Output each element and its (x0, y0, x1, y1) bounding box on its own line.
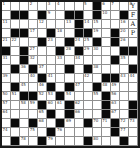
clue-number: 36 (21, 65, 26, 69)
cell-r13c3[interactable] (20, 110, 29, 119)
cell-r1c14[interactable] (120, 2, 129, 11)
cell-r15c2[interactable] (11, 128, 20, 137)
cell-r8c1[interactable] (2, 65, 11, 74)
cell-r6c4[interactable]: 27 (29, 47, 38, 56)
black-cell-r5c5 (38, 38, 47, 47)
cell-r11c15[interactable] (129, 92, 138, 101)
cell-r13c7[interactable] (56, 110, 65, 119)
cell-r10c4[interactable] (29, 83, 38, 92)
cell-r13c11[interactable] (93, 110, 102, 119)
cell-r16c1[interactable] (2, 137, 11, 146)
clue-number: 63 (111, 101, 116, 105)
cell-r2c4[interactable] (29, 11, 38, 20)
cell-r2c6[interactable]: 9 (47, 11, 56, 20)
black-cell-r2c2 (11, 11, 20, 20)
clue-number: 33 (57, 56, 62, 60)
cell-r5c7[interactable] (56, 38, 65, 47)
clue-number: 21 (3, 38, 8, 42)
black-cell-r1c11 (93, 2, 102, 11)
cell-r1c9[interactable] (75, 2, 84, 11)
black-cell-r6c15 (129, 47, 138, 56)
cell-r4c4[interactable]: 17 (29, 29, 38, 38)
cell-r2c1[interactable] (2, 11, 11, 20)
clue-number: 27 (30, 47, 35, 51)
cell-r15c15[interactable] (129, 128, 138, 137)
cell-r2c12[interactable]: 10 (102, 11, 111, 20)
cell-r6c12[interactable] (102, 47, 111, 56)
black-cell-r13c8 (65, 110, 74, 119)
cell-r1c7[interactable]: 4 (56, 2, 65, 11)
clue-number: 71 (102, 119, 107, 123)
clue-number: 29 (84, 47, 89, 51)
clue-number: 64 (3, 110, 8, 114)
cell-r8c6[interactable] (47, 65, 56, 74)
cell-r1c6[interactable]: 3 (47, 2, 56, 11)
black-cell-r8c10 (84, 65, 93, 74)
cell-r5c12[interactable] (102, 38, 111, 47)
black-cell-r14c10 (84, 119, 93, 128)
cell-r12c3[interactable]: 58 (20, 101, 29, 110)
cell-r7c4[interactable]: 32 (29, 56, 38, 65)
clue-number: 10 (102, 11, 107, 15)
cell-r16c3[interactable]: 78 (20, 137, 29, 146)
cell-r6c11[interactable]: 30 (93, 47, 102, 56)
cell-r5c3[interactable] (20, 38, 29, 47)
clue-number: 18 (57, 29, 62, 33)
cell-r3c8[interactable]: 13 (65, 20, 74, 29)
cell-r12c13[interactable]: 63 (111, 101, 120, 110)
black-cell-r16c5 (38, 137, 47, 146)
black-cell-r6c9 (75, 47, 84, 56)
black-cell-r6c7 (56, 47, 65, 56)
black-cell-r8c4 (29, 65, 38, 74)
cell-r9c3[interactable] (20, 74, 29, 83)
cell-r5c1[interactable]: 21 (2, 38, 11, 47)
cell-r12c2[interactable] (11, 101, 20, 110)
cell-r14c14[interactable]: 72 (120, 119, 129, 128)
cell-r4c8[interactable] (65, 29, 74, 38)
cell-r5c6[interactable]: 23 (47, 38, 56, 47)
clue-number: 9 (48, 11, 51, 15)
cell-r3c10[interactable]: 14 (84, 20, 93, 29)
cell-r3c15[interactable]: A (129, 20, 138, 29)
cell-r15c9[interactable] (75, 128, 84, 137)
clue-number: 69 (66, 119, 71, 123)
cell-r3c5[interactable]: 12 (38, 20, 47, 29)
cell-r16c9[interactable] (75, 137, 84, 146)
cell-r2c15[interactable]: F (129, 11, 138, 20)
cell-r15c10[interactable] (84, 128, 93, 137)
cell-r15c12[interactable] (102, 128, 111, 137)
black-cell-r4c9 (75, 29, 84, 38)
black-cell-r16c14 (120, 137, 129, 146)
cell-r2c13[interactable] (111, 11, 120, 20)
clue-number: 45 (21, 83, 26, 87)
clue-number: 54 (66, 92, 71, 96)
cell-r5c4[interactable] (29, 38, 38, 47)
clue-number: 7 (111, 2, 114, 6)
cell-r14c9[interactable] (75, 119, 84, 128)
black-cell-r12c8 (65, 101, 74, 110)
cell-r13c14[interactable] (120, 110, 129, 119)
cell-r14c6[interactable] (47, 119, 56, 128)
cell-r10c1[interactable] (2, 83, 11, 92)
black-cell-r14c4 (29, 119, 38, 128)
clue-number: 72 (120, 119, 125, 123)
cell-r5c14[interactable]: 26 (120, 38, 129, 47)
cell-r10c12[interactable]: 48 (102, 83, 111, 92)
clue-number: 25 (84, 38, 89, 42)
cell-r1c15[interactable]: 8Y (129, 2, 138, 11)
cell-r4c1[interactable] (2, 29, 11, 38)
clue-number: 78 (21, 137, 26, 141)
clue-number: 61 (57, 101, 62, 105)
cell-r15c3[interactable] (20, 128, 29, 137)
clue-number: 68 (39, 119, 44, 123)
black-cell-r9c12 (102, 74, 111, 83)
cell-r15c4[interactable]: 75 (29, 128, 38, 137)
cell-r4c15[interactable]: P (129, 29, 138, 38)
clue-number: 79 (48, 137, 53, 141)
clue-number: 51 (12, 92, 17, 96)
cell-r12c1[interactable]: 57 (2, 101, 11, 110)
cell-r12c9[interactable]: 62 (75, 101, 84, 110)
cell-r8c13[interactable] (111, 65, 120, 74)
cell-r8c12[interactable] (102, 65, 111, 74)
cell-r16c8[interactable] (65, 137, 74, 146)
clue-number: 17 (30, 29, 35, 33)
clue-number: 52 (39, 92, 44, 96)
clue-number: 13 (66, 20, 71, 24)
cell-r13c4[interactable] (29, 110, 38, 119)
clue-number: 14 (84, 20, 89, 24)
cell-r14c1[interactable] (2, 119, 11, 128)
clue-number: 35 (120, 56, 125, 60)
cell-r12c4[interactable]: 59 (29, 101, 38, 110)
given-letter: P (131, 29, 135, 37)
black-cell-r14c7 (56, 119, 65, 128)
black-cell-r5c11 (93, 38, 102, 47)
cell-r1c4[interactable]: 2 (29, 2, 38, 11)
cell-r8c14[interactable] (120, 65, 129, 74)
black-cell-r11c3 (20, 92, 29, 101)
cell-r4c7[interactable]: 18 (56, 29, 65, 38)
cell-r6c6[interactable] (47, 47, 56, 56)
cell-r3c3[interactable] (20, 20, 29, 29)
black-cell-r13c6 (47, 110, 56, 119)
clue-number: 74 (3, 128, 8, 132)
clue-number: 38 (93, 65, 98, 69)
cell-r3c6[interactable] (47, 20, 56, 29)
cell-r13c1[interactable]: 64 (2, 110, 11, 119)
black-cell-r4c3 (20, 29, 29, 38)
black-cell-r14c2 (11, 119, 20, 128)
cell-r5c9[interactable]: 24 (75, 38, 84, 47)
cell-r1c8[interactable] (65, 2, 74, 11)
black-cell-r6c3 (20, 47, 29, 56)
black-cell-r2c5 (38, 11, 47, 20)
cell-r15c11[interactable] (93, 128, 102, 137)
black-cell-r11c7 (56, 92, 65, 101)
cell-r13c10[interactable] (84, 110, 93, 119)
black-cell-r10c8 (65, 83, 74, 92)
clue-number: 3 (48, 2, 51, 6)
black-cell-r2c8 (65, 11, 74, 20)
cell-r8c5[interactable]: 37 (38, 65, 47, 74)
cell-r13c13[interactable]: 67 (111, 110, 120, 119)
cell-r3c11[interactable]: 15 (93, 20, 102, 29)
black-cell-r5c8 (65, 38, 74, 47)
cell-r9c11[interactable] (93, 74, 102, 83)
cell-r10c5[interactable]: 46 (38, 83, 47, 92)
cell-r3c2[interactable] (11, 20, 20, 29)
black-cell-r8c8 (65, 65, 74, 74)
cell-r9c14[interactable]: 43 (120, 74, 129, 83)
cell-r3c4[interactable] (29, 20, 38, 29)
black-cell-r4c6 (47, 29, 56, 38)
given-letter: F (131, 11, 136, 19)
cell-r6c10[interactable]: 29 (84, 47, 93, 56)
clue-number: 32 (30, 56, 35, 60)
clue-number: 16 (120, 20, 125, 24)
cell-r5c2[interactable]: 22 (11, 38, 20, 47)
clue-number: 66 (75, 110, 80, 114)
clue-number: 34 (75, 56, 80, 60)
cell-r7c9[interactable]: 34 (75, 56, 84, 65)
cell-r16c4[interactable] (29, 137, 38, 146)
cell-r11c10[interactable] (84, 92, 93, 101)
cell-r11c11[interactable]: 55 (93, 92, 102, 101)
black-cell-r4c2 (11, 29, 20, 38)
cell-r16c12[interactable] (102, 137, 111, 146)
cell-r3c14[interactable]: 16 (120, 20, 129, 29)
cell-r6c13[interactable] (111, 47, 120, 56)
clue-number: 50 (3, 92, 8, 96)
cell-r12c10[interactable] (84, 101, 93, 110)
cell-r7c10[interactable] (84, 56, 93, 65)
cell-r4c12[interactable] (102, 29, 111, 38)
cell-r16c15[interactable] (129, 137, 138, 146)
cell-r12c6[interactable]: 60 (47, 101, 56, 110)
clue-number: 73 (129, 119, 134, 123)
cell-r7c5[interactable] (38, 56, 47, 65)
cell-r13c5[interactable]: 65 (38, 110, 47, 119)
cell-r8c9[interactable] (75, 65, 84, 74)
cell-r11c13[interactable]: 56 (111, 92, 120, 101)
clue-number: 65 (39, 110, 44, 114)
black-cell-r9c5 (38, 74, 47, 83)
cell-r1c2[interactable] (11, 2, 20, 11)
clue-number: 37 (39, 65, 44, 69)
cell-r13c2[interactable] (11, 110, 20, 119)
cell-r2c10[interactable] (84, 11, 93, 20)
cell-r1c13[interactable]: 7 (111, 2, 120, 11)
clue-number: 11 (3, 20, 8, 24)
cell-r9c7[interactable] (56, 74, 65, 83)
black-cell-r4c13 (111, 29, 120, 38)
cell-r16c11[interactable]: 80 (93, 137, 102, 146)
cell-r9c6[interactable]: 41 (47, 74, 56, 83)
clue-number: 55 (93, 92, 98, 96)
cell-r10c7[interactable] (56, 83, 65, 92)
cell-r10c15[interactable] (129, 83, 138, 92)
cell-r1c10[interactable]: 5 (84, 2, 93, 11)
cell-r7c8[interactable] (65, 56, 74, 65)
clue-number: 28 (66, 47, 71, 51)
clue-number: 44 (129, 74, 134, 78)
cell-r11c9[interactable] (75, 92, 84, 101)
given-letter: A (131, 20, 136, 28)
cell-r15c5[interactable] (38, 128, 47, 137)
cell-r8c7[interactable] (56, 65, 65, 74)
clue-number: 26 (120, 38, 125, 42)
cell-r14c5[interactable]: 68 (38, 119, 47, 128)
cell-r8c3[interactable]: 36 (20, 65, 29, 74)
cell-r1c12[interactable]: 6 (102, 2, 111, 11)
cell-r7c2[interactable] (11, 56, 20, 65)
black-cell-r15c6 (47, 128, 56, 137)
cell-r9c2[interactable] (11, 74, 20, 83)
clue-number: 15 (93, 20, 98, 24)
clue-number: 42 (84, 74, 89, 78)
cell-r7c14[interactable]: 35 (120, 56, 129, 65)
clue-number: 57 (3, 101, 8, 105)
black-cell-r2c14 (120, 11, 129, 20)
cell-r15c8[interactable] (65, 128, 74, 137)
clue-number: 23 (48, 38, 53, 42)
cell-r6c8[interactable]: 28 (65, 47, 74, 56)
cell-r14c11[interactable]: 70 (93, 119, 102, 128)
cell-r16c7[interactable] (56, 137, 65, 146)
cell-r12c7[interactable]: 61 (56, 101, 65, 110)
cell-r9c8[interactable] (65, 74, 74, 83)
cell-r9c15[interactable]: 44 (129, 74, 138, 83)
cell-r4c11[interactable]: 19 (93, 29, 102, 38)
clue-number: 30 (93, 47, 98, 51)
cell-r2c7[interactable] (56, 11, 65, 20)
cell-r15c7[interactable]: 76 (56, 128, 65, 137)
cell-r5c15[interactable] (129, 38, 138, 47)
cell-r7c11[interactable] (93, 56, 102, 65)
cell-r10c10[interactable] (84, 83, 93, 92)
clue-number: 39 (3, 74, 8, 78)
cell-r1c5[interactable] (38, 2, 47, 11)
cell-r11c5[interactable]: 52 (38, 92, 47, 101)
clue-number: 53 (48, 92, 53, 96)
cell-r5c10[interactable]: 25 (84, 38, 93, 47)
clue-number: 76 (57, 128, 62, 132)
cell-r14c12[interactable]: 71 (102, 119, 111, 128)
clue-number: 31 (3, 56, 8, 60)
clue-number: 46 (39, 83, 44, 87)
cell-r4c5[interactable] (38, 29, 47, 38)
cell-r11c14[interactable] (120, 92, 129, 101)
cell-r3c12[interactable] (102, 20, 111, 29)
cell-r3c13[interactable] (111, 20, 120, 29)
cell-r12c14[interactable] (120, 101, 129, 110)
cell-r9c4[interactable]: 40 (29, 74, 38, 83)
cell-r14c3[interactable] (20, 119, 29, 128)
cell-r8c11[interactable]: 38 (93, 65, 102, 74)
cell-r10c14[interactable] (120, 83, 129, 92)
cell-r16c13[interactable] (111, 137, 120, 146)
cell-r6c2[interactable] (11, 47, 20, 56)
black-cell-r12c12 (102, 101, 111, 110)
cell-r9c9[interactable] (75, 74, 84, 83)
cell-r1c3[interactable] (20, 2, 29, 11)
clue-number: 77 (120, 128, 125, 132)
clue-number: 56 (111, 92, 116, 96)
cell-r11c1[interactable]: 50 (2, 92, 11, 101)
clue-number: 59 (30, 101, 35, 105)
clue-number: 40 (30, 74, 35, 78)
cell-r14c15[interactable]: 73 (129, 119, 138, 128)
cell-r16c6[interactable]: 79 (47, 137, 56, 146)
cell-r7c1[interactable]: 31 (2, 56, 11, 65)
clue-number: 58 (21, 101, 26, 105)
black-cell-r7c13 (111, 56, 120, 65)
black-cell-r12c5 (38, 101, 47, 110)
given-letter: Y (131, 2, 135, 10)
clue-number: 4 (57, 2, 60, 6)
cell-r3c7[interactable] (56, 20, 65, 29)
clue-number: 6 (102, 2, 105, 6)
clue-number: 22 (12, 38, 17, 42)
cell-r15c14[interactable]: 77 (120, 128, 129, 137)
black-cell-r12c15 (129, 101, 138, 110)
cell-r13c9[interactable]: 66 (75, 110, 84, 119)
cell-r7c15[interactable] (129, 56, 138, 65)
black-cell-r10c6 (47, 83, 56, 92)
black-cell-r10c11 (93, 83, 102, 92)
black-cell-r8c15 (129, 65, 138, 74)
cell-r15c1[interactable]: 74 (2, 128, 11, 137)
cell-r11c2[interactable]: 51 (11, 92, 20, 101)
cell-r7c6[interactable] (47, 56, 56, 65)
cell-r6c5[interactable] (38, 47, 47, 56)
black-cell-r8c2 (11, 65, 20, 74)
clue-number: 5 (84, 2, 87, 6)
cell-r10c9[interactable]: 47 (75, 83, 84, 92)
black-cell-r3c9 (75, 20, 84, 29)
cell-r4c14[interactable]: 20 (120, 29, 129, 38)
black-cell-r9c13 (111, 74, 120, 83)
black-cell-r13c12 (102, 110, 111, 119)
black-cell-r16c10 (84, 137, 93, 146)
cell-r7c12[interactable] (102, 56, 111, 65)
cell-r10c13[interactable]: 49 (111, 83, 120, 92)
clue-number: 2 (30, 2, 33, 6)
cell-r3c1[interactable]: 11 (2, 20, 11, 29)
cell-r12c11[interactable] (93, 101, 102, 110)
cell-r11c6[interactable]: 53 (47, 92, 56, 101)
cell-r14c8[interactable]: 69 (65, 119, 74, 128)
cell-r7c7[interactable]: 33 (56, 56, 65, 65)
black-cell-r7c3 (20, 56, 29, 65)
clue-number: 70 (93, 119, 98, 123)
clue-number: 20 (120, 29, 125, 33)
cell-r1c1[interactable]: 1 (2, 2, 11, 11)
cell-r9c10[interactable]: 42 (84, 74, 93, 83)
cell-r11c8[interactable]: 54 (65, 92, 74, 101)
black-cell-r10c2 (11, 83, 20, 92)
black-cell-r6c1 (2, 47, 11, 56)
cell-r9c1[interactable]: 39 (2, 74, 11, 83)
crossword-grid: 12345678Y910F111213141516A17181920P21222… (0, 0, 140, 148)
clue-number: 60 (48, 101, 53, 105)
cell-r10c3[interactable]: 45 (20, 83, 29, 92)
clue-number: 47 (75, 83, 80, 87)
